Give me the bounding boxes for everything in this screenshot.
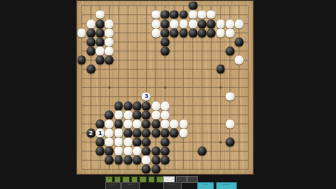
white-stone[interactable] [133, 120, 142, 129]
white-stone[interactable] [225, 19, 234, 28]
black-stone[interactable] [151, 120, 160, 129]
black-stone[interactable] [124, 129, 133, 138]
white-stone[interactable] [170, 120, 179, 129]
action-button-1[interactable]: ···· [197, 182, 214, 189]
black-stone[interactable] [142, 138, 151, 147]
white-stone[interactable] [124, 138, 133, 147]
move-number-label: 2 [89, 130, 93, 136]
black-stone[interactable] [86, 47, 95, 56]
white-stone[interactable] [161, 120, 170, 129]
white-stone[interactable] [161, 101, 170, 110]
white-stone[interactable] [105, 28, 114, 37]
black-stone[interactable] [105, 156, 114, 165]
black-stone[interactable] [161, 10, 170, 19]
black-stone[interactable] [142, 120, 151, 129]
black-stone[interactable] [161, 129, 170, 138]
white-stone[interactable] [225, 92, 234, 101]
black-stone[interactable] [133, 129, 142, 138]
black-stone[interactable] [133, 110, 142, 119]
action-button-2[interactable]: ······ [216, 182, 237, 189]
go-board[interactable]: 321 [77, 1, 253, 174]
black-stone[interactable] [133, 156, 142, 165]
nav-segment[interactable]: · [148, 176, 156, 183]
black-stone[interactable] [96, 56, 105, 65]
white-stone[interactable] [114, 147, 123, 156]
white-stone[interactable] [151, 101, 160, 110]
white-stone[interactable] [198, 10, 207, 19]
white-stone[interactable] [151, 10, 160, 19]
white-stone[interactable] [133, 147, 142, 156]
black-stone[interactable] [96, 120, 105, 129]
black-stone[interactable] [151, 129, 160, 138]
white-stone[interactable] [105, 120, 114, 129]
white-stone[interactable] [216, 28, 225, 37]
black-stone[interactable] [96, 138, 105, 147]
move-number-label: 3 [145, 94, 149, 100]
go-client-window: 321 « ‹ · · · · › » · · ····· ····· ····… [0, 0, 336, 189]
black-stone[interactable] [142, 147, 151, 156]
white-stone[interactable] [235, 56, 244, 65]
black-stone[interactable] [151, 147, 160, 156]
white-stone[interactable] [207, 10, 216, 19]
black-stone[interactable] [161, 147, 170, 156]
white-stone[interactable] [77, 28, 86, 37]
black-stone[interactable] [96, 38, 105, 47]
black-stone[interactable] [86, 28, 95, 37]
black-stone[interactable] [86, 65, 95, 74]
black-stone[interactable] [133, 101, 142, 110]
white-stone[interactable] [188, 19, 197, 28]
black-stone[interactable] [161, 138, 170, 147]
black-stone[interactable] [207, 19, 216, 28]
black-stone[interactable] [235, 38, 244, 47]
white-stone[interactable] [114, 138, 123, 147]
white-stone[interactable] [225, 120, 234, 129]
white-stone[interactable] [216, 19, 225, 28]
black-stone[interactable] [142, 110, 151, 119]
toolbar-button-2[interactable]: ····· [121, 182, 140, 189]
black-stone[interactable] [225, 138, 234, 147]
black-stone[interactable] [96, 19, 105, 28]
black-stone[interactable] [133, 138, 142, 147]
white-stone[interactable] [179, 120, 188, 129]
black-stone[interactable] [151, 156, 160, 165]
black-stone[interactable] [198, 19, 207, 28]
white-stone[interactable] [151, 19, 160, 28]
black-stone[interactable] [151, 165, 160, 174]
white-stone[interactable] [188, 10, 197, 19]
white-stone[interactable] [124, 120, 133, 129]
white-stone[interactable] [235, 19, 244, 28]
white-stone[interactable] [114, 110, 123, 119]
white-stone[interactable] [86, 19, 95, 28]
black-stone[interactable] [170, 10, 179, 19]
white-stone[interactable] [105, 19, 114, 28]
black-stone[interactable] [142, 165, 151, 174]
black-stone[interactable] [207, 28, 216, 37]
black-stone[interactable] [114, 156, 123, 165]
black-stone[interactable] [161, 38, 170, 47]
white-stone[interactable] [96, 10, 105, 19]
black-stone[interactable] [225, 47, 234, 56]
white-stone[interactable] [179, 129, 188, 138]
black-stone[interactable] [161, 156, 170, 165]
black-stone[interactable] [161, 28, 170, 37]
black-stone[interactable] [170, 28, 179, 37]
black-stone[interactable] [198, 28, 207, 37]
white-stone[interactable] [124, 147, 133, 156]
black-stone[interactable] [105, 110, 114, 119]
white-stone[interactable] [105, 138, 114, 147]
white-stone[interactable] [151, 28, 160, 37]
white-stone[interactable] [114, 129, 123, 138]
black-stone[interactable] [114, 120, 123, 129]
white-stone[interactable] [142, 156, 151, 165]
black-stone[interactable] [170, 129, 179, 138]
black-stone[interactable] [124, 156, 133, 165]
toolbar-button-3[interactable]: ····· [163, 182, 182, 189]
white-stone[interactable] [105, 129, 114, 138]
nav-segment[interactable]: · [139, 176, 147, 183]
black-stone[interactable] [198, 147, 207, 156]
black-stone[interactable] [188, 1, 197, 10]
white-stone[interactable] [124, 110, 133, 119]
black-stone[interactable] [96, 147, 105, 156]
black-stone[interactable] [179, 10, 188, 19]
black-stone[interactable] [105, 147, 114, 156]
black-stone[interactable] [124, 101, 133, 110]
white-stone[interactable] [179, 19, 188, 28]
white-stone[interactable]: 1 [96, 129, 105, 138]
black-stone[interactable]: 2 [86, 129, 95, 138]
move-number-label: 1 [98, 130, 102, 136]
black-stone[interactable] [86, 38, 95, 47]
toolbar: « ‹ · · · · › » · · ····· ····· ····· ··… [0, 174, 336, 189]
black-stone[interactable] [142, 101, 151, 110]
black-stone[interactable] [96, 28, 105, 37]
black-stone[interactable] [114, 101, 123, 110]
white-stone[interactable]: 3 [142, 92, 151, 101]
white-stone[interactable] [161, 110, 170, 119]
black-stone[interactable] [77, 56, 86, 65]
black-stone[interactable] [161, 47, 170, 56]
black-stone[interactable] [179, 28, 188, 37]
white-stone[interactable] [170, 19, 179, 28]
white-stone[interactable] [105, 38, 114, 47]
black-stone[interactable] [142, 129, 151, 138]
toolbar-button-1[interactable]: ····· [105, 182, 121, 189]
white-stone[interactable] [151, 110, 160, 119]
black-stone[interactable] [161, 19, 170, 28]
black-stone[interactable] [188, 28, 197, 37]
black-stone[interactable] [216, 65, 225, 74]
white-stone[interactable] [96, 47, 105, 56]
white-stone[interactable] [105, 47, 114, 56]
white-stone[interactable] [225, 28, 234, 37]
black-stone[interactable] [105, 56, 114, 65]
